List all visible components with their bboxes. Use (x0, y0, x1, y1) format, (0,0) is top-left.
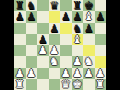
square-h7[interactable]: ♟ (95, 11, 107, 22)
piece-white-knight-d3[interactable]: ♞ (49, 56, 61, 67)
square-f3[interactable]: ♟ (72, 56, 84, 67)
letterbox-left (0, 0, 14, 90)
square-h1[interactable]: ♜ (95, 79, 107, 90)
piece-white-pawn-f3[interactable]: ♟ (72, 56, 84, 67)
square-e4[interactable] (60, 45, 72, 56)
square-c7[interactable] (37, 11, 49, 22)
screenshot-canvas: ♜♞♛♜♚♟♟♟♟♝♟♟♞♟♟♝♟♟♞♟♞♟♟♟♟♟♟♜♛♚♜ (0, 0, 120, 90)
square-a3[interactable] (14, 56, 26, 67)
square-b6[interactable] (26, 23, 38, 34)
piece-white-knight-g3[interactable]: ♞ (83, 56, 95, 67)
square-e3[interactable] (60, 56, 72, 67)
square-b7[interactable]: ♟ (26, 11, 38, 22)
piece-white-rook-h1[interactable]: ♜ (95, 79, 107, 90)
piece-white-pawn-c4[interactable]: ♟ (37, 45, 49, 56)
square-f1[interactable]: ♚ (72, 79, 84, 90)
square-b5[interactable] (26, 34, 38, 45)
square-g5[interactable] (83, 34, 95, 45)
piece-white-king-f1[interactable]: ♚ (72, 79, 84, 90)
square-a1[interactable]: ♜ (14, 79, 26, 90)
piece-black-pawn-d6[interactable]: ♟ (49, 23, 61, 34)
square-d8[interactable]: ♛ (49, 0, 61, 11)
square-d6[interactable]: ♟ (49, 23, 61, 34)
piece-black-pawn-b7[interactable]: ♟ (26, 11, 38, 22)
piece-black-pawn-g6[interactable]: ♟ (83, 23, 95, 34)
square-c8[interactable] (37, 0, 49, 11)
square-b3[interactable] (26, 56, 38, 67)
piece-black-pawn-f7[interactable]: ♟ (72, 11, 84, 22)
piece-white-bishop-f5[interactable]: ♝ (72, 34, 84, 45)
square-d2[interactable] (49, 68, 61, 79)
square-g2[interactable]: ♟ (83, 68, 95, 79)
square-c1[interactable] (37, 79, 49, 90)
square-f7[interactable]: ♟ (72, 11, 84, 22)
square-e1[interactable]: ♛ (60, 79, 72, 90)
square-e7[interactable]: ♟ (60, 11, 72, 22)
square-b2[interactable]: ♟ (26, 68, 38, 79)
square-g7[interactable]: ♝ (83, 11, 95, 22)
square-a6[interactable] (14, 23, 26, 34)
square-g6[interactable]: ♟ (83, 23, 95, 34)
square-e5[interactable] (60, 34, 72, 45)
square-h6[interactable] (95, 23, 107, 34)
square-e6[interactable] (60, 23, 72, 34)
letterbox-right (106, 0, 120, 90)
square-c2[interactable] (37, 68, 49, 79)
piece-black-pawn-h7[interactable]: ♟ (95, 11, 107, 22)
piece-black-queen-d8[interactable]: ♛ (49, 0, 61, 11)
piece-black-pawn-e7[interactable]: ♟ (60, 11, 72, 22)
square-h4[interactable] (95, 45, 107, 56)
chess-board[interactable]: ♜♞♛♜♚♟♟♟♟♝♟♟♞♟♟♝♟♟♞♟♞♟♟♟♟♟♟♜♛♚♜ (14, 0, 106, 90)
square-b4[interactable] (26, 45, 38, 56)
piece-white-pawn-b2[interactable]: ♟ (26, 68, 38, 79)
piece-white-pawn-g2[interactable]: ♟ (83, 68, 95, 79)
piece-black-pawn-a7[interactable]: ♟ (14, 11, 26, 22)
square-h3[interactable] (95, 56, 107, 67)
square-g3[interactable]: ♞ (83, 56, 95, 67)
piece-white-queen-e1[interactable]: ♛ (60, 79, 72, 90)
square-f5[interactable]: ♝ (72, 34, 84, 45)
square-a4[interactable] (14, 45, 26, 56)
square-a5[interactable] (14, 34, 26, 45)
piece-white-bishop-g7[interactable]: ♝ (83, 11, 95, 22)
square-b1[interactable] (26, 79, 38, 90)
square-d1[interactable] (49, 79, 61, 90)
square-h5[interactable] (95, 34, 107, 45)
piece-white-rook-a1[interactable]: ♜ (14, 79, 26, 90)
square-a7[interactable]: ♟ (14, 11, 26, 22)
square-d7[interactable] (49, 11, 61, 22)
square-d3[interactable]: ♞ (49, 56, 61, 67)
square-c3[interactable] (37, 56, 49, 67)
square-c4[interactable]: ♟ (37, 45, 49, 56)
square-g1[interactable] (83, 79, 95, 90)
